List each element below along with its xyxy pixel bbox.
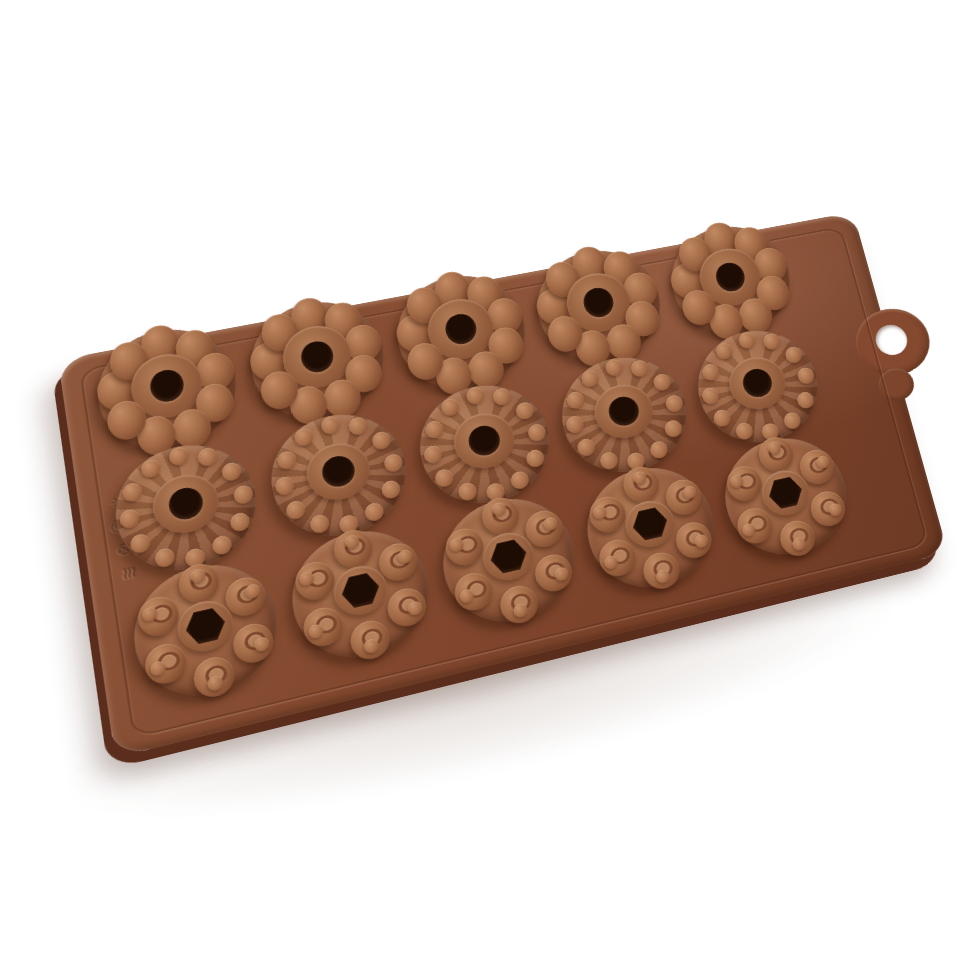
- bead-bump: [122, 481, 144, 503]
- bead-bump: [424, 419, 445, 439]
- bead-bump: [663, 419, 683, 439]
- bead-bump: [762, 332, 782, 351]
- bead-bump: [796, 366, 816, 385]
- bead-bump: [782, 411, 802, 431]
- bead-bump: [285, 499, 307, 521]
- cavity-bundt-beaded-r2c4: [551, 347, 698, 484]
- bead-bump: [649, 440, 669, 460]
- scroll-curl-bump: [452, 569, 496, 614]
- bead-bump: [566, 390, 586, 410]
- bead-bump: [348, 416, 369, 437]
- bead-bump: [309, 513, 331, 535]
- bead-bump: [211, 534, 233, 556]
- bead-bump: [382, 453, 403, 474]
- bead-bump: [130, 532, 152, 554]
- bead-bump: [524, 448, 545, 468]
- bead-bump: [232, 484, 254, 506]
- bead-bump: [380, 479, 401, 500]
- scroll-curl-bump: [301, 603, 346, 649]
- bead-bump: [714, 342, 734, 361]
- bead-bump: [701, 362, 721, 381]
- cavity-scroll-swirl-r3c3: [433, 487, 586, 635]
- bead-bump: [274, 475, 295, 496]
- bead-bump: [564, 415, 585, 435]
- cavity-bundt-beaded-r2c5: [686, 321, 830, 454]
- bead-bump: [580, 369, 600, 389]
- bead-bump: [604, 358, 624, 377]
- bead-bump: [140, 458, 162, 479]
- cavity-crown-turret-r1c2: [242, 292, 393, 431]
- bead-bump: [440, 398, 461, 418]
- cavity-bundt-beaded-r2c3: [410, 374, 560, 515]
- bead-bump: [576, 437, 597, 457]
- cavity-scroll-swirl-r3c1: [126, 552, 287, 710]
- bead-bump: [118, 508, 140, 530]
- bead-bump: [526, 423, 547, 443]
- bead-bump: [734, 421, 754, 441]
- cavity-scroll-swirl-r3c5: [713, 427, 859, 567]
- bead-bump: [737, 331, 757, 350]
- bead-bump: [277, 449, 298, 470]
- bead-bump: [457, 481, 478, 502]
- bead-bump: [168, 446, 190, 467]
- scroll-curl-bump: [596, 536, 639, 579]
- bead-bump: [492, 387, 513, 407]
- cavity-scroll-swirl-r3c2: [283, 519, 440, 672]
- bead-bump: [652, 372, 672, 391]
- bead-bump: [664, 394, 684, 414]
- cavity-bundt-beaded-r2c1: [107, 433, 265, 583]
- bead-bump: [197, 447, 219, 468]
- bead-bump: [712, 408, 732, 428]
- scroll-curl-bump: [531, 551, 575, 595]
- bead-bump: [630, 359, 650, 378]
- bead-bump: [229, 511, 251, 533]
- bead-bump: [599, 450, 620, 470]
- bead-bump: [795, 390, 815, 409]
- bead-bump: [783, 345, 803, 364]
- bead-bump: [220, 461, 242, 482]
- bead-bump: [422, 444, 443, 465]
- bead-bump: [154, 546, 176, 568]
- cavity-crown-turret-r1c1: [90, 319, 245, 462]
- cavity-crown-turret-r1c4: [527, 241, 671, 372]
- photo-canvas: ✳◉⊗≋: [0, 0, 980, 980]
- scroll-curl-bump: [672, 519, 715, 562]
- bead-bump: [700, 386, 720, 405]
- scroll-curl-bump: [230, 620, 276, 667]
- bead-bump: [514, 400, 535, 420]
- cavity-crown-turret-r1c5: [660, 217, 801, 344]
- cavity-crown-turret-r1c3: [388, 266, 536, 401]
- scroll-curl-bump: [724, 462, 766, 503]
- scroll-curl-bump: [734, 504, 776, 546]
- bead-bump: [465, 386, 486, 406]
- scroll-curl-bump: [807, 488, 849, 529]
- bead-bump: [509, 470, 530, 491]
- cavity-bundt-beaded-r2c2: [262, 403, 416, 549]
- bead-bump: [364, 501, 385, 522]
- cavity-scroll-swirl-r3c4: [576, 456, 726, 600]
- bead-bump: [319, 415, 340, 436]
- bead-bump: [293, 427, 314, 448]
- bead-bump: [434, 467, 455, 488]
- scroll-curl-bump: [384, 584, 429, 629]
- scroll-curl-bump: [143, 639, 189, 687]
- bead-bump: [371, 430, 392, 451]
